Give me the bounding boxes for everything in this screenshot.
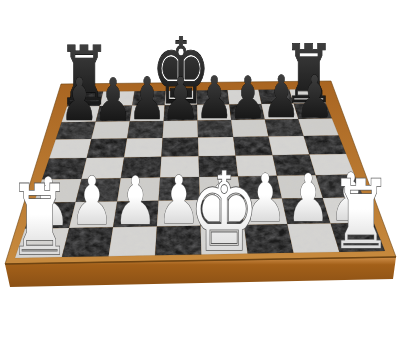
black-pawn-g7[interactable]: ♟ bbox=[262, 64, 300, 131]
chess-board: ♜♚♜♟♟♟♟♟♟♟♟♟♟♟♟♟♟♟♟♜♚♜ bbox=[0, 0, 400, 351]
chessboard-scene: ♜♚♜♟♟♟♟♟♟♟♟♟♟♟♟♟♟♟♟♜♚♜ bbox=[0, 0, 400, 351]
black-pawn-h7[interactable]: ♟ bbox=[296, 63, 334, 130]
black-pawn-a7[interactable]: ♟ bbox=[60, 65, 98, 134]
white-king-e1[interactable]: ♚ bbox=[189, 150, 260, 276]
white-pawn-b2[interactable]: ♟ bbox=[70, 163, 113, 241]
black-pawn-e7[interactable]: ♟ bbox=[195, 64, 233, 131]
white-rook-h1[interactable]: ♜ bbox=[330, 159, 392, 271]
white-rook-a1[interactable]: ♜ bbox=[8, 163, 71, 276]
black-pawn-f7[interactable]: ♟ bbox=[229, 64, 267, 131]
black-pawn-b7[interactable]: ♟ bbox=[94, 66, 132, 133]
black-pawn-d7[interactable]: ♟ bbox=[162, 65, 200, 132]
black-pawn-c7[interactable]: ♟ bbox=[128, 65, 166, 132]
white-pawn-c2[interactable]: ♟ bbox=[114, 162, 157, 240]
white-pawn-g2[interactable]: ♟ bbox=[287, 160, 330, 237]
